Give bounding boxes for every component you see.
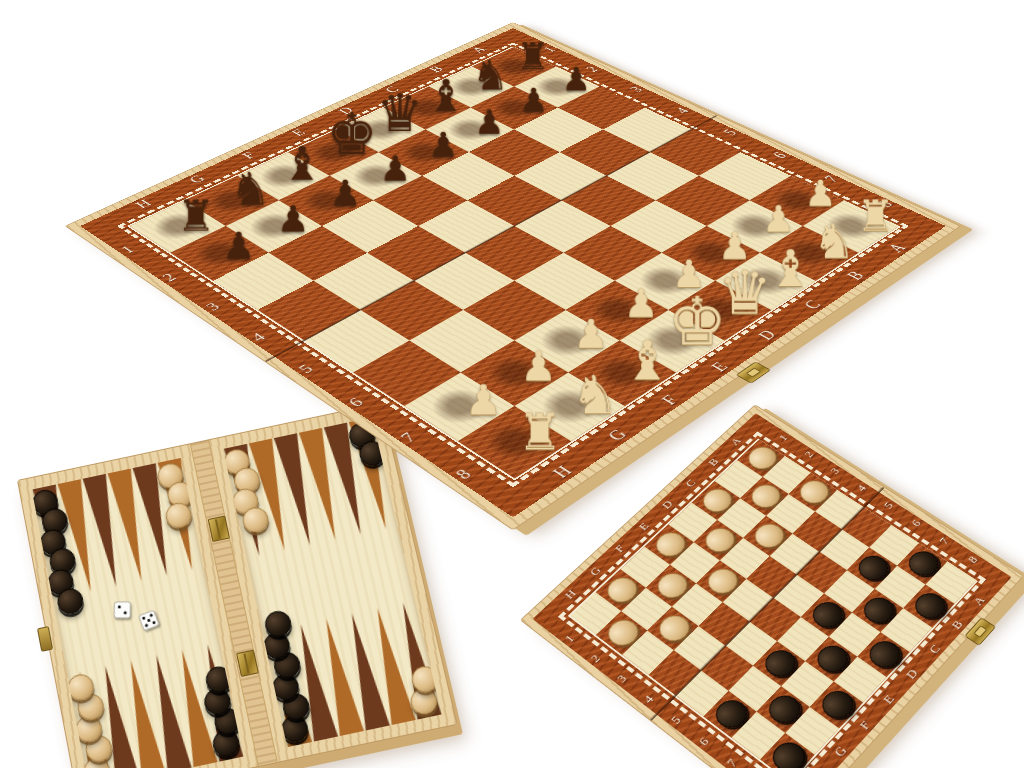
file-label: E bbox=[708, 360, 731, 374]
rank-label: 5 bbox=[721, 128, 739, 137]
die-pip bbox=[147, 618, 151, 622]
rank-label: 3 bbox=[203, 301, 222, 313]
file-label: B bbox=[706, 456, 720, 467]
black-rook[interactable]: ♜ bbox=[516, 38, 549, 75]
square-c8[interactable] bbox=[881, 608, 933, 652]
white-king[interactable]: ♚ bbox=[668, 288, 727, 354]
rank-label: 5 bbox=[668, 714, 683, 726]
file-label: D bbox=[755, 328, 779, 342]
file-label: C bbox=[926, 642, 942, 655]
file-label: B bbox=[844, 269, 867, 282]
file-label: F bbox=[658, 393, 681, 407]
file-label: G bbox=[604, 427, 630, 443]
square-h4[interactable] bbox=[649, 650, 701, 695]
rank-label: 7 bbox=[937, 536, 951, 547]
die-pip bbox=[118, 605, 121, 608]
rank-label: 7 bbox=[724, 757, 739, 768]
white-knight[interactable]: ♞ bbox=[813, 217, 856, 264]
white-pawn[interactable]: ♟ bbox=[465, 380, 502, 422]
rank-label: 6 bbox=[345, 396, 366, 410]
rank-label: 8 bbox=[452, 467, 475, 482]
file-label: E bbox=[636, 521, 650, 532]
black-pawn[interactable]: ♟ bbox=[222, 228, 255, 265]
black-rook[interactable]: ♜ bbox=[177, 195, 215, 237]
chess-grid: ♜♞♝♚♛♝♞♜♟♟♟♟♟♟♟♟♟♟♟♟♟♟♟♟♜♞♝♚♛♝♞♜ bbox=[127, 46, 901, 480]
black-pawn[interactable]: ♟ bbox=[519, 84, 548, 117]
white-pawn[interactable]: ♟ bbox=[762, 201, 795, 237]
rank-label: 8 bbox=[965, 554, 979, 565]
black-pawn[interactable]: ♟ bbox=[562, 64, 591, 96]
die-pip bbox=[149, 614, 153, 618]
rank-label: 5 bbox=[296, 362, 317, 375]
black-pawn[interactable]: ♟ bbox=[474, 106, 504, 139]
rank-label: 4 bbox=[854, 483, 868, 493]
rank-label: 4 bbox=[641, 693, 655, 705]
white-pawn[interactable]: ♟ bbox=[520, 346, 556, 387]
file-label: A bbox=[886, 242, 909, 254]
die-showing-5[interactable] bbox=[138, 610, 160, 632]
rank-label: 4 bbox=[248, 331, 268, 343]
die-pip bbox=[142, 616, 146, 620]
file-label: F bbox=[240, 151, 258, 161]
white-knight[interactable]: ♞ bbox=[571, 368, 619, 421]
die-pip bbox=[124, 612, 127, 615]
rank-label: 2 bbox=[802, 449, 815, 459]
white-pawn[interactable]: ♟ bbox=[573, 315, 609, 355]
die-pip bbox=[152, 621, 156, 625]
rank-label: 2 bbox=[588, 652, 602, 664]
rank-label: 5 bbox=[881, 500, 895, 510]
square-b8[interactable] bbox=[903, 585, 954, 628]
file-label: G bbox=[187, 174, 208, 185]
black-pawn[interactable]: ♟ bbox=[428, 128, 459, 162]
black-king[interactable]: ♚ bbox=[327, 106, 378, 163]
rank-label: 7 bbox=[397, 430, 419, 444]
file-label: F bbox=[857, 719, 873, 732]
rank-label: 6 bbox=[771, 151, 790, 160]
die-pip bbox=[145, 623, 149, 627]
backgammon-board bbox=[17, 403, 458, 768]
file-label: C bbox=[683, 477, 698, 488]
file-label: D bbox=[903, 667, 920, 681]
black-queen[interactable]: ♛ bbox=[377, 87, 424, 139]
die-showing-2[interactable] bbox=[114, 601, 131, 618]
file-label: C bbox=[801, 298, 824, 311]
square-f2[interactable] bbox=[646, 565, 696, 607]
rank-label: 1 bbox=[119, 244, 137, 255]
black-pawn[interactable]: ♟ bbox=[277, 201, 310, 237]
black-bishop[interactable]: ♝ bbox=[281, 140, 323, 186]
file-label: B bbox=[949, 618, 965, 631]
rank-label: 3 bbox=[628, 85, 645, 93]
black-pawn[interactable]: ♟ bbox=[329, 176, 361, 212]
square-g1[interactable] bbox=[596, 569, 646, 611]
black-knight[interactable]: ♞ bbox=[472, 55, 509, 96]
file-label: G bbox=[832, 744, 849, 759]
checkers-grid bbox=[568, 439, 978, 768]
file-label: H bbox=[562, 588, 578, 601]
rank-label: 4 bbox=[674, 106, 692, 115]
rank-label: 2 bbox=[160, 272, 179, 283]
black-bishop[interactable]: ♝ bbox=[426, 73, 465, 117]
rank-label: 3 bbox=[828, 466, 841, 476]
black-knight[interactable]: ♞ bbox=[230, 166, 271, 211]
white-bishop[interactable]: ♝ bbox=[768, 243, 813, 294]
rank-label: 6 bbox=[696, 735, 711, 748]
square-f6[interactable] bbox=[753, 641, 805, 686]
file-label: F bbox=[613, 543, 627, 554]
brass-clasp bbox=[736, 361, 772, 383]
white-bishop[interactable]: ♝ bbox=[623, 333, 672, 387]
white-rook[interactable]: ♜ bbox=[518, 408, 563, 458]
file-label: H bbox=[549, 463, 575, 480]
rank-label: 6 bbox=[909, 518, 923, 528]
white-pawn[interactable]: ♟ bbox=[805, 176, 837, 212]
file-label: A bbox=[971, 594, 987, 607]
black-checker-man[interactable] bbox=[858, 592, 901, 628]
file-label: H bbox=[133, 198, 154, 210]
product-photo-scene: HHGGFFEEDDCCBBAA1122334455667788 ♜♞♝♚♛♝♞… bbox=[0, 0, 1024, 768]
white-rook[interactable]: ♜ bbox=[857, 195, 895, 237]
white-pawn[interactable]: ♟ bbox=[624, 284, 659, 323]
chess-border-ribbon: ♜♞♝♚♛♝♞♜♟♟♟♟♟♟♟♟♟♟♟♟♟♟♟♟♜♞♝♚♛♝♞♜ bbox=[117, 42, 909, 487]
rank-label: 1 bbox=[562, 633, 576, 644]
rank-label: 3 bbox=[614, 672, 628, 684]
black-pawn[interactable]: ♟ bbox=[380, 152, 411, 187]
file-label: E bbox=[880, 693, 896, 706]
rank-label: 1 bbox=[776, 433, 789, 443]
